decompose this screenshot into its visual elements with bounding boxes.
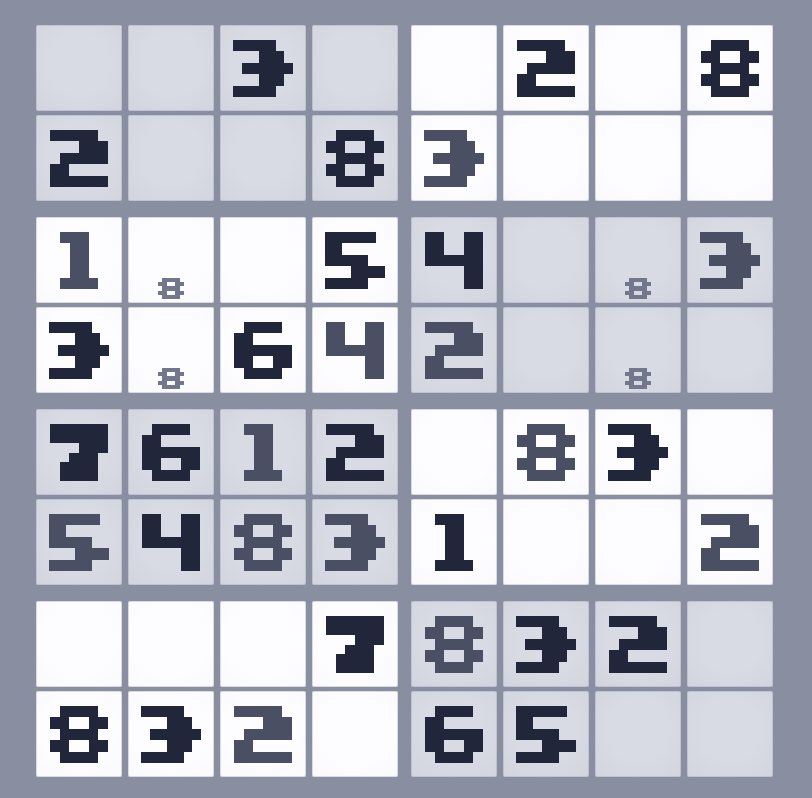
- cell-r6c8[interactable]: 2: [687, 499, 773, 585]
- digit-glyph-4-solved: [326, 322, 384, 379]
- cell-r5c2[interactable]: 6: [128, 409, 214, 495]
- digit-glyph-2-given: [50, 130, 108, 187]
- cell-r6c6[interactable]: [503, 499, 589, 585]
- cell-r4c5[interactable]: 2: [411, 307, 497, 393]
- cell-r4c1[interactable]: 3: [36, 307, 122, 393]
- digit-glyph-6-given: [142, 424, 200, 481]
- cell-r1c8[interactable]: 8: [687, 25, 773, 111]
- digit-glyph-8-given: [50, 706, 108, 763]
- pencil-mark-slot: 8: [595, 278, 681, 299]
- digit-glyph-5-given: [325, 232, 385, 289]
- cell-r3c1[interactable]: 1: [36, 217, 122, 303]
- digit-glyph-8-solved: [234, 514, 292, 571]
- digit-glyph-7-given: [326, 616, 384, 673]
- cell-r1c2[interactable]: [128, 25, 214, 111]
- pencil-mark-slot: 8: [128, 278, 214, 299]
- board-row-8: 83265: [36, 691, 773, 777]
- cell-r1c4[interactable]: [312, 25, 398, 111]
- cell-r2c1[interactable]: 2: [36, 115, 122, 201]
- cell-r4c8[interactable]: [687, 307, 773, 393]
- digit-glyph-4-given: [142, 514, 200, 571]
- cell-r2c7[interactable]: [595, 115, 681, 201]
- cell-r8c7[interactable]: [595, 691, 681, 777]
- digit-glyph-8-solved: [517, 424, 575, 481]
- digit-glyph-7-given: [50, 424, 108, 481]
- cell-r3c3[interactable]: [220, 217, 306, 303]
- cell-r8c6[interactable]: 5: [503, 691, 589, 777]
- sudoku-board: 328283185483386428761283548312783283265: [36, 25, 773, 777]
- cell-r8c5[interactable]: 6: [411, 691, 497, 777]
- cell-r1c6[interactable]: 2: [503, 25, 589, 111]
- cell-r8c2[interactable]: 3: [128, 691, 214, 777]
- cell-r7c2[interactable]: [128, 601, 214, 687]
- cell-r5c8[interactable]: [687, 409, 773, 495]
- digit-glyph-6-given: [234, 322, 292, 379]
- cell-r8c3[interactable]: 2: [220, 691, 306, 777]
- cell-r6c5[interactable]: 1: [411, 499, 497, 585]
- pencil-digit-8: [158, 368, 184, 389]
- pencil-digit-8: [625, 278, 651, 299]
- pencil-mark-slot: 8: [128, 368, 214, 389]
- digit-glyph-2-given: [326, 424, 384, 481]
- cell-r6c3[interactable]: 8: [220, 499, 306, 585]
- cell-r3c5[interactable]: 4: [411, 217, 497, 303]
- cell-r6c4[interactable]: 3: [312, 499, 398, 585]
- digit-glyph-8-solved: [425, 616, 483, 673]
- cell-r2c3[interactable]: [220, 115, 306, 201]
- cell-r6c2[interactable]: 4: [128, 499, 214, 585]
- cell-r3c2[interactable]: 8: [128, 217, 214, 303]
- cell-r7c3[interactable]: [220, 601, 306, 687]
- digit-glyph-3-solved: [325, 514, 385, 571]
- cell-r5c3[interactable]: 1: [220, 409, 306, 495]
- cell-r2c5[interactable]: 3: [411, 115, 497, 201]
- digit-glyph-1-solved: [60, 232, 98, 289]
- cell-r7c4[interactable]: 7: [312, 601, 398, 687]
- pencil-digit-8: [158, 278, 184, 299]
- cell-r4c6[interactable]: [503, 307, 589, 393]
- cell-r8c8[interactable]: [687, 691, 773, 777]
- cell-r2c2[interactable]: [128, 115, 214, 201]
- cell-r4c3[interactable]: 6: [220, 307, 306, 393]
- board-row-5: 761283: [36, 409, 773, 495]
- cell-r8c1[interactable]: 8: [36, 691, 122, 777]
- cell-r7c5[interactable]: 8: [411, 601, 497, 687]
- board-row-3: 185483: [36, 217, 773, 303]
- cell-r3c8[interactable]: 3: [687, 217, 773, 303]
- cell-r6c1[interactable]: 5: [36, 499, 122, 585]
- cell-r5c1[interactable]: 7: [36, 409, 122, 495]
- cell-r5c7[interactable]: 3: [595, 409, 681, 495]
- cell-r8c4[interactable]: [312, 691, 398, 777]
- board-row-7: 7832: [36, 601, 773, 687]
- cell-r7c6[interactable]: 3: [503, 601, 589, 687]
- digit-glyph-2-solved: [425, 322, 483, 379]
- digit-glyph-2-solved: [701, 514, 759, 571]
- digit-glyph-6-given: [425, 706, 483, 763]
- cell-r5c5[interactable]: [411, 409, 497, 495]
- pencil-digit-8: [625, 368, 651, 389]
- digit-glyph-3-solved: [424, 130, 484, 187]
- cell-r7c7[interactable]: 2: [595, 601, 681, 687]
- pencil-mark-slot: 8: [595, 368, 681, 389]
- cell-r3c4[interactable]: 5: [312, 217, 398, 303]
- digit-glyph-3-given: [49, 322, 109, 379]
- cell-r7c1[interactable]: [36, 601, 122, 687]
- board-row-1: 328: [36, 25, 773, 111]
- digit-glyph-5-solved: [49, 514, 109, 571]
- cell-r5c6[interactable]: 8: [503, 409, 589, 495]
- cell-r2c4[interactable]: 8: [312, 115, 398, 201]
- digit-glyph-3-given: [233, 40, 293, 97]
- digit-glyph-5-given: [516, 706, 576, 763]
- cell-r6c7[interactable]: [595, 499, 681, 585]
- cell-r2c6[interactable]: [503, 115, 589, 201]
- cell-r4c7[interactable]: 8: [595, 307, 681, 393]
- digit-glyph-2-given: [517, 40, 575, 97]
- digit-glyph-8-given: [701, 40, 759, 97]
- cell-r5c4[interactable]: 2: [312, 409, 398, 495]
- digit-glyph-4-given: [425, 232, 483, 289]
- cell-r4c2[interactable]: 8: [128, 307, 214, 393]
- digit-glyph-1-given: [435, 514, 473, 571]
- cell-r3c7[interactable]: 8: [595, 217, 681, 303]
- app-background: { "game": "sudoku-8x8", "game_descriptio…: [0, 0, 812, 798]
- cell-r1c5[interactable]: [411, 25, 497, 111]
- cell-r4c4[interactable]: 4: [312, 307, 398, 393]
- digit-glyph-8-given: [326, 130, 384, 187]
- cell-r1c7[interactable]: [595, 25, 681, 111]
- board-row-6: 548312: [36, 499, 773, 585]
- cell-r7c8[interactable]: [687, 601, 773, 687]
- digit-glyph-2-solved: [234, 706, 292, 763]
- board-row-4: 386428: [36, 307, 773, 393]
- digit-glyph-3-solved: [700, 232, 760, 289]
- digit-glyph-3-given: [608, 424, 668, 481]
- cell-r1c1[interactable]: [36, 25, 122, 111]
- cell-r3c6[interactable]: [503, 217, 589, 303]
- digit-glyph-3-given: [141, 706, 201, 763]
- digit-glyph-1-solved: [244, 424, 282, 481]
- cell-r2c8[interactable]: [687, 115, 773, 201]
- digit-glyph-3-given: [516, 616, 576, 673]
- cell-r1c3[interactable]: 3: [220, 25, 306, 111]
- board-row-2: 283: [36, 115, 773, 201]
- digit-glyph-2-given: [609, 616, 667, 673]
